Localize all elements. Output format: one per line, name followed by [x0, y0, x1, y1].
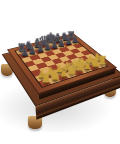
chess-set-scene: ♜♞♝♛♚♝♞♜♟♟♟♟♟♟♟♟♟♟♟♟♟♟♟♟♜♞♝♛♚♝♞♜	[0, 0, 120, 144]
piece-black-pawn[interactable]: ♟	[36, 44, 44, 53]
square-a1[interactable]: ♜	[38, 79, 51, 87]
piece-black-pawn[interactable]: ♟	[21, 47, 30, 57]
product-photo-frame: ♜♞♝♛♚♝♞♜♟♟♟♟♟♟♟♟♟♟♟♟♟♟♟♟♜♞♝♛♚♝♞♜	[0, 0, 120, 144]
piece-black-pawn[interactable]: ♟	[28, 46, 37, 55]
piece-white-rook[interactable]: ♜	[41, 72, 53, 85]
